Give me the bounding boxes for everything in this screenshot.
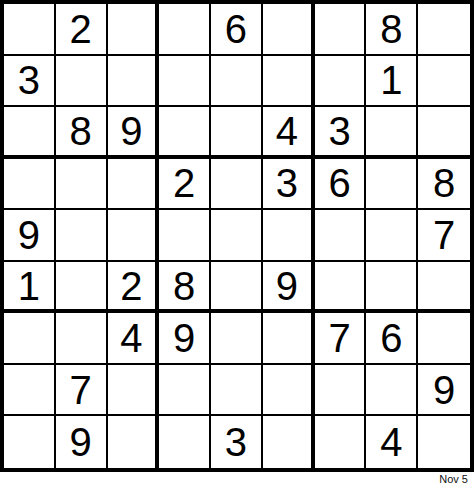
puzzle-date: Nov 5 xyxy=(439,473,468,485)
cell-r7c1-empty[interactable] xyxy=(4,313,56,365)
cell-r1c1-empty[interactable] xyxy=(4,4,56,56)
cell-r4c3-empty[interactable] xyxy=(108,159,160,211)
cell-r5c4-empty[interactable] xyxy=(159,210,211,262)
cell-r5c9-given[interactable]: 7 xyxy=(418,210,470,262)
cell-r7c8-given[interactable]: 6 xyxy=(366,313,418,365)
cell-r5c3-empty[interactable] xyxy=(108,210,160,262)
cell-r3c6-given[interactable]: 4 xyxy=(263,107,315,159)
cell-r1c8-given[interactable]: 8 xyxy=(366,4,418,56)
cell-r9c8-given[interactable]: 4 xyxy=(366,416,418,468)
cell-r1c9-empty[interactable] xyxy=(418,4,470,56)
cell-r9c5-given[interactable]: 3 xyxy=(211,416,263,468)
cell-r3c5-empty[interactable] xyxy=(211,107,263,159)
cell-r5c8-empty[interactable] xyxy=(366,210,418,262)
cell-r3c8-empty[interactable] xyxy=(366,107,418,159)
cell-r6c6-given[interactable]: 9 xyxy=(263,262,315,314)
cell-r4c4-given[interactable]: 2 xyxy=(159,159,211,211)
cell-r4c8-empty[interactable] xyxy=(366,159,418,211)
cell-r7c4-given[interactable]: 9 xyxy=(159,313,211,365)
cell-r8c4-empty[interactable] xyxy=(159,365,211,417)
cell-r7c3-given[interactable]: 4 xyxy=(108,313,160,365)
sudoku-board: 2683189432368971289497679934 xyxy=(0,0,474,472)
cell-r9c7-empty[interactable] xyxy=(315,416,367,468)
cell-r6c2-empty[interactable] xyxy=(56,262,108,314)
cell-r9c9-empty[interactable] xyxy=(418,416,470,468)
cell-r6c5-empty[interactable] xyxy=(211,262,263,314)
cell-r3c3-given[interactable]: 9 xyxy=(108,107,160,159)
cell-r2c4-empty[interactable] xyxy=(159,56,211,108)
cell-r2c5-empty[interactable] xyxy=(211,56,263,108)
cell-r5c6-empty[interactable] xyxy=(263,210,315,262)
cell-r1c2-given[interactable]: 2 xyxy=(56,4,108,56)
cell-r3c4-empty[interactable] xyxy=(159,107,211,159)
cell-r2c7-empty[interactable] xyxy=(315,56,367,108)
cell-r8c6-empty[interactable] xyxy=(263,365,315,417)
cell-r3c7-given[interactable]: 3 xyxy=(315,107,367,159)
cell-r4c1-empty[interactable] xyxy=(4,159,56,211)
sudoku-page: 2683189432368971289497679934 Nov 5 xyxy=(0,0,474,491)
cell-r5c1-given[interactable]: 9 xyxy=(4,210,56,262)
cell-r6c8-empty[interactable] xyxy=(366,262,418,314)
cell-r7c6-empty[interactable] xyxy=(263,313,315,365)
cell-r8c1-empty[interactable] xyxy=(4,365,56,417)
cell-r1c3-empty[interactable] xyxy=(108,4,160,56)
cell-r8c9-given[interactable]: 9 xyxy=(418,365,470,417)
cell-r2c2-empty[interactable] xyxy=(56,56,108,108)
cell-r8c2-given[interactable]: 7 xyxy=(56,365,108,417)
cell-r2c9-empty[interactable] xyxy=(418,56,470,108)
cell-r2c1-given[interactable]: 3 xyxy=(4,56,56,108)
cell-r3c2-given[interactable]: 8 xyxy=(56,107,108,159)
cell-r4c9-given[interactable]: 8 xyxy=(418,159,470,211)
cell-r4c2-empty[interactable] xyxy=(56,159,108,211)
cell-r9c6-empty[interactable] xyxy=(263,416,315,468)
cell-r2c6-empty[interactable] xyxy=(263,56,315,108)
cell-r5c7-empty[interactable] xyxy=(315,210,367,262)
cell-r7c7-given[interactable]: 7 xyxy=(315,313,367,365)
cell-r7c5-empty[interactable] xyxy=(211,313,263,365)
cell-r1c7-empty[interactable] xyxy=(315,4,367,56)
cell-r9c2-given[interactable]: 9 xyxy=(56,416,108,468)
cell-r4c7-given[interactable]: 6 xyxy=(315,159,367,211)
cell-r6c7-empty[interactable] xyxy=(315,262,367,314)
cell-r7c9-empty[interactable] xyxy=(418,313,470,365)
cell-r4c6-given[interactable]: 3 xyxy=(263,159,315,211)
cell-r8c5-empty[interactable] xyxy=(211,365,263,417)
cell-r6c1-given[interactable]: 1 xyxy=(4,262,56,314)
cell-r5c2-empty[interactable] xyxy=(56,210,108,262)
cell-r8c7-empty[interactable] xyxy=(315,365,367,417)
cell-r9c4-empty[interactable] xyxy=(159,416,211,468)
cell-r9c3-empty[interactable] xyxy=(108,416,160,468)
cell-r3c9-empty[interactable] xyxy=(418,107,470,159)
cell-r6c9-empty[interactable] xyxy=(418,262,470,314)
cell-r2c3-empty[interactable] xyxy=(108,56,160,108)
cell-r1c6-empty[interactable] xyxy=(263,4,315,56)
cell-r1c4-empty[interactable] xyxy=(159,4,211,56)
cell-r8c3-empty[interactable] xyxy=(108,365,160,417)
cell-r3c1-empty[interactable] xyxy=(4,107,56,159)
cell-r2c8-given[interactable]: 1 xyxy=(366,56,418,108)
cell-r1c5-given[interactable]: 6 xyxy=(211,4,263,56)
cell-r6c3-given[interactable]: 2 xyxy=(108,262,160,314)
cell-r9c1-empty[interactable] xyxy=(4,416,56,468)
cell-r5c5-empty[interactable] xyxy=(211,210,263,262)
cell-r7c2-empty[interactable] xyxy=(56,313,108,365)
cell-r6c4-given[interactable]: 8 xyxy=(159,262,211,314)
cell-r8c8-empty[interactable] xyxy=(366,365,418,417)
cell-r4c5-empty[interactable] xyxy=(211,159,263,211)
